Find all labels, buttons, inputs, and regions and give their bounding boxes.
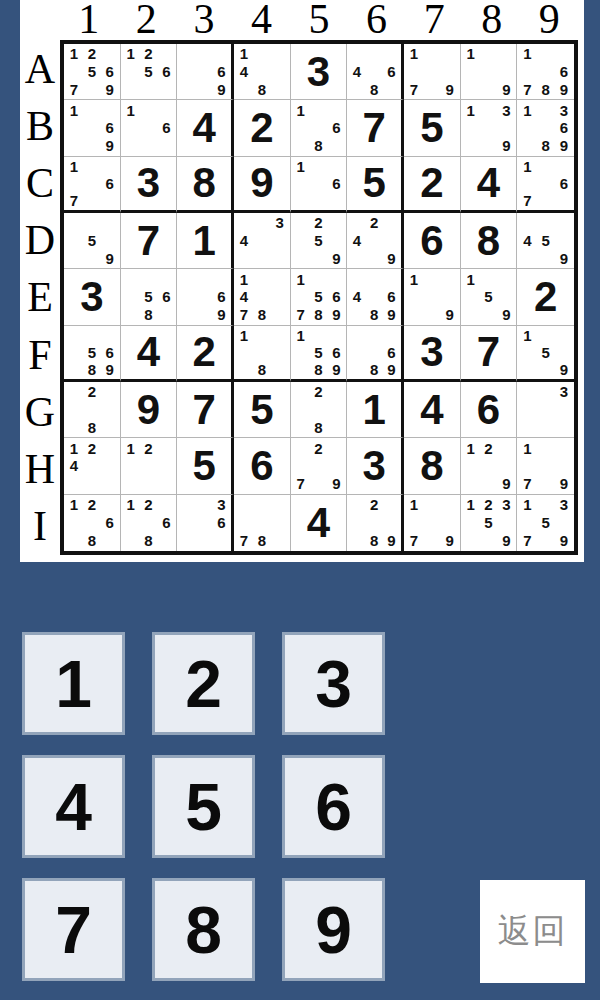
- col-header-4: 4: [233, 0, 291, 40]
- cell-E9[interactable]: 2: [517, 269, 574, 325]
- pencil-marks: 459: [518, 214, 573, 267]
- solved-digit: 3: [137, 162, 160, 204]
- solved-digit: 6: [250, 445, 273, 487]
- row-header-A: A: [20, 40, 60, 97]
- cell-G6[interactable]: 1: [347, 382, 404, 438]
- cell-F6[interactable]: 689: [347, 326, 404, 382]
- cell-B6[interactable]: 7: [347, 100, 404, 156]
- cell-A2[interactable]: 1256: [121, 44, 178, 100]
- solved-digit: 2: [420, 162, 443, 204]
- solved-digit: 9: [250, 162, 273, 204]
- pencil-marks: 289: [348, 496, 400, 550]
- row-header-C: C: [20, 154, 60, 211]
- cell-A7[interactable]: 179: [404, 44, 461, 100]
- row-header-F: F: [20, 326, 60, 383]
- pencil-marks: 1268: [122, 496, 176, 550]
- cell-E7[interactable]: 19: [404, 269, 461, 325]
- pencil-marks: 279: [292, 439, 346, 492]
- pencil-marks: 159: [518, 327, 573, 378]
- solved-digit: 6: [420, 220, 443, 262]
- cell-H7[interactable]: 8: [404, 438, 461, 494]
- solved-digit: 7: [192, 389, 215, 431]
- cell-F8[interactable]: 7: [461, 326, 518, 382]
- col-header-1: 1: [60, 0, 118, 40]
- cell-B1[interactable]: 169: [64, 100, 121, 156]
- cell-B3[interactable]: 4: [177, 100, 234, 156]
- pencil-marks: 167: [65, 158, 119, 209]
- numpad-button-8[interactable]: 8: [152, 878, 255, 981]
- cell-D6[interactable]: 249: [347, 213, 404, 269]
- cell-A4[interactable]: 148: [234, 44, 291, 100]
- solved-digit: 2: [192, 331, 215, 373]
- numpad-button-3[interactable]: 3: [282, 632, 385, 735]
- cell-H1[interactable]: 124: [64, 438, 121, 494]
- solved-digit: 7: [137, 220, 160, 262]
- col-header-8: 8: [463, 0, 521, 40]
- board-panel: 123456789 ABCDEFGHI 12567912566914834681…: [20, 0, 584, 562]
- cell-B7[interactable]: 5: [404, 100, 461, 156]
- cell-C1[interactable]: 167: [64, 157, 121, 213]
- cell-D9[interactable]: 459: [517, 213, 574, 269]
- solved-digit: 3: [307, 51, 330, 93]
- pencil-marks: 18: [235, 327, 289, 378]
- pencil-marks: 1268: [65, 496, 119, 550]
- pencil-marks: 28: [65, 383, 119, 436]
- back-button[interactable]: 返回: [480, 880, 585, 983]
- pencil-marks: 78: [235, 496, 289, 550]
- pencil-marks: 179: [405, 496, 459, 550]
- solved-digit: 2: [534, 276, 557, 318]
- cell-A5[interactable]: 3: [291, 44, 348, 100]
- cell-H5[interactable]: 279: [291, 438, 348, 494]
- cell-C9[interactable]: 167: [517, 157, 574, 213]
- cell-C2[interactable]: 3: [121, 157, 178, 213]
- cell-F1[interactable]: 5689: [64, 326, 121, 382]
- pencil-marks: 59: [65, 214, 119, 267]
- pencil-marks: 167: [518, 158, 573, 209]
- cell-E5[interactable]: 156789: [291, 269, 348, 325]
- cell-D3[interactable]: 1: [177, 213, 234, 269]
- solved-digit: 8: [420, 445, 443, 487]
- pencil-marks: 159: [462, 270, 516, 323]
- cell-D1[interactable]: 59: [64, 213, 121, 269]
- pencil-marks: 468: [348, 45, 400, 98]
- cell-D2[interactable]: 7: [121, 213, 178, 269]
- row-header-D: D: [20, 212, 60, 269]
- row-header-H: H: [20, 441, 60, 498]
- cell-H9[interactable]: 179: [517, 438, 574, 494]
- cell-G5[interactable]: 28: [291, 382, 348, 438]
- cell-B5[interactable]: 168: [291, 100, 348, 156]
- solved-digit: 3: [420, 331, 443, 373]
- cell-I9[interactable]: 13579: [517, 495, 574, 551]
- col-header-9: 9: [521, 0, 579, 40]
- solved-digit: 7: [362, 107, 385, 149]
- cell-I6[interactable]: 289: [347, 495, 404, 551]
- pencil-marks: 36: [178, 496, 230, 550]
- cell-D8[interactable]: 8: [461, 213, 518, 269]
- solved-digit: 5: [250, 389, 273, 431]
- pencil-marks: 179: [405, 45, 459, 98]
- col-header-6: 6: [348, 0, 406, 40]
- cell-I5[interactable]: 4: [291, 495, 348, 551]
- cell-E1[interactable]: 3: [64, 269, 121, 325]
- cell-H3[interactable]: 5: [177, 438, 234, 494]
- pencil-marks: 124: [65, 439, 119, 492]
- pencil-marks: 28: [292, 383, 346, 436]
- cell-B8[interactable]: 139: [461, 100, 518, 156]
- cell-F4[interactable]: 18: [234, 326, 291, 382]
- solved-digit: 5: [192, 445, 215, 487]
- pencil-marks: 568: [122, 270, 176, 323]
- row-header-B: B: [20, 97, 60, 154]
- pencil-marks: 16789: [518, 45, 573, 98]
- cell-F9[interactable]: 159: [517, 326, 574, 382]
- numpad-button-4[interactable]: 4: [22, 755, 125, 858]
- solved-digit: 4: [477, 162, 500, 204]
- cell-I7[interactable]: 179: [404, 495, 461, 551]
- cell-A9[interactable]: 16789: [517, 44, 574, 100]
- cell-G1[interactable]: 28: [64, 382, 121, 438]
- pencil-marks: 4689: [348, 270, 400, 323]
- solved-digit: 6: [477, 389, 500, 431]
- pencil-marks: 3: [518, 383, 573, 436]
- numpad-button-5[interactable]: 5: [152, 755, 255, 858]
- cell-E6[interactable]: 4689: [347, 269, 404, 325]
- solved-digit: 8: [477, 220, 500, 262]
- pencil-marks: 12359: [462, 496, 516, 550]
- pencil-marks: 19: [462, 45, 516, 98]
- cell-F2[interactable]: 4: [121, 326, 178, 382]
- pencil-marks: 69: [178, 270, 230, 323]
- solved-digit: 5: [420, 107, 443, 149]
- cell-F7[interactable]: 3: [404, 326, 461, 382]
- solved-digit: 3: [80, 276, 103, 318]
- cell-C3[interactable]: 8: [177, 157, 234, 213]
- cell-B4[interactable]: 2: [234, 100, 291, 156]
- cell-H8[interactable]: 129: [461, 438, 518, 494]
- cell-C5[interactable]: 16: [291, 157, 348, 213]
- cell-H2[interactable]: 12: [121, 438, 178, 494]
- cell-H6[interactable]: 3: [347, 438, 404, 494]
- pencil-marks: 125679: [65, 45, 119, 98]
- cell-B9[interactable]: 13689: [517, 100, 574, 156]
- cell-F3[interactable]: 2: [177, 326, 234, 382]
- cell-A8[interactable]: 19: [461, 44, 518, 100]
- row-header-E: E: [20, 269, 60, 326]
- cell-E4[interactable]: 1478: [234, 269, 291, 325]
- cell-I8[interactable]: 12359: [461, 495, 518, 551]
- pencil-marks: 129: [462, 439, 516, 492]
- pencil-marks: 15689: [292, 327, 346, 378]
- cell-G4[interactable]: 5: [234, 382, 291, 438]
- col-header-7: 7: [405, 0, 463, 40]
- cell-E8[interactable]: 159: [461, 269, 518, 325]
- pencil-marks: 69: [178, 45, 230, 98]
- pencil-marks: 1478: [235, 270, 289, 323]
- solved-digit: 9: [137, 389, 160, 431]
- cell-B2[interactable]: 16: [121, 100, 178, 156]
- number-pad: 1 2 3 4 5 6 7 8 9: [22, 632, 385, 981]
- cell-G8[interactable]: 6: [461, 382, 518, 438]
- numpad-button-1[interactable]: 1: [22, 632, 125, 735]
- pencil-marks: 148: [235, 45, 289, 98]
- solved-digit: 1: [362, 389, 385, 431]
- numpad-button-6[interactable]: 6: [282, 755, 385, 858]
- solved-digit: 4: [307, 502, 330, 544]
- solved-digit: 1: [192, 220, 215, 262]
- pencil-marks: 689: [348, 327, 400, 378]
- solved-digit: 4: [137, 331, 160, 373]
- pencil-marks: 5689: [65, 327, 119, 378]
- solved-digit: 4: [420, 389, 443, 431]
- cell-A1[interactable]: 125679: [64, 44, 121, 100]
- pencil-marks: 139: [462, 101, 516, 154]
- cell-C4[interactable]: 9: [234, 157, 291, 213]
- numpad-button-9[interactable]: 9: [282, 878, 385, 981]
- pencil-marks: 13579: [518, 496, 573, 550]
- pencil-marks: 16: [122, 101, 176, 154]
- cell-E3[interactable]: 69: [177, 269, 234, 325]
- pencil-marks: 249: [348, 214, 400, 267]
- cell-D5[interactable]: 259: [291, 213, 348, 269]
- row-header-G: G: [20, 383, 60, 440]
- row-headers: ABCDEFGHI: [20, 40, 60, 555]
- cell-G9[interactable]: 3: [517, 382, 574, 438]
- cell-D4[interactable]: 34: [234, 213, 291, 269]
- cell-C6[interactable]: 5: [347, 157, 404, 213]
- pencil-marks: 156789: [292, 270, 346, 323]
- col-header-2: 2: [118, 0, 176, 40]
- cell-I2[interactable]: 1268: [121, 495, 178, 551]
- solved-digit: 8: [192, 162, 215, 204]
- pencil-marks: 13689: [518, 101, 573, 154]
- numpad-button-7[interactable]: 7: [22, 878, 125, 981]
- pencil-marks: 16: [292, 158, 346, 209]
- solved-digit: 3: [362, 445, 385, 487]
- pencil-marks: 169: [65, 101, 119, 154]
- cell-G3[interactable]: 7: [177, 382, 234, 438]
- column-headers: 123456789: [60, 0, 578, 40]
- pencil-marks: 259: [292, 214, 346, 267]
- col-header-3: 3: [175, 0, 233, 40]
- cell-C7[interactable]: 2: [404, 157, 461, 213]
- cell-C8[interactable]: 4: [461, 157, 518, 213]
- pencil-marks: 19: [405, 270, 459, 323]
- cell-I4[interactable]: 78: [234, 495, 291, 551]
- pencil-marks: 12: [122, 439, 176, 492]
- cell-H4[interactable]: 6: [234, 438, 291, 494]
- cell-G7[interactable]: 4: [404, 382, 461, 438]
- solved-digit: 5: [362, 162, 385, 204]
- cell-E2[interactable]: 568: [121, 269, 178, 325]
- cell-A3[interactable]: 69: [177, 44, 234, 100]
- col-header-5: 5: [290, 0, 348, 40]
- pencil-marks: 179: [518, 439, 573, 492]
- solved-digit: 4: [192, 107, 215, 149]
- cell-A6[interactable]: 468: [347, 44, 404, 100]
- solved-digit: 2: [250, 107, 273, 149]
- cell-D7[interactable]: 6: [404, 213, 461, 269]
- pencil-marks: 168: [292, 101, 346, 154]
- row-header-I: I: [20, 498, 60, 555]
- pencil-marks: 1256: [122, 45, 176, 98]
- cell-I3[interactable]: 36: [177, 495, 234, 551]
- cell-F5[interactable]: 15689: [291, 326, 348, 382]
- cell-I1[interactable]: 1268: [64, 495, 121, 551]
- pencil-marks: 34: [235, 214, 289, 267]
- cell-G2[interactable]: 9: [121, 382, 178, 438]
- numpad-button-2[interactable]: 2: [152, 632, 255, 735]
- sudoku-grid: 1256791256691483468179191678916916421687…: [60, 40, 578, 555]
- solved-digit: 7: [477, 331, 500, 373]
